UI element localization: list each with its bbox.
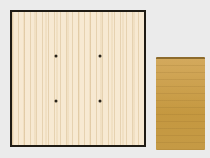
komadai-sente	[156, 57, 205, 150]
star-point	[98, 99, 101, 102]
rank-coordinates	[148, 10, 156, 147]
star-point	[54, 99, 57, 102]
board-grid[interactable]	[10, 10, 146, 147]
star-point	[98, 55, 101, 58]
file-coordinates	[10, 2, 146, 9]
shogi-app: { "game": "shogi", "position": { "sfen":…	[0, 0, 210, 158]
star-point	[54, 55, 57, 58]
